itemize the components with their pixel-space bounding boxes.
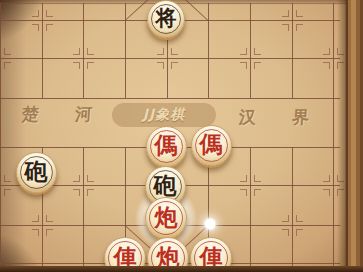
point-marker-corner — [157, 48, 164, 55]
piece-glyph: 炮 — [155, 206, 178, 229]
point-marker-corner — [282, 24, 289, 31]
piece-cannon-b7[interactable]: 砲 — [16, 152, 57, 193]
point-marker-corner — [32, 10, 39, 17]
piece-glyph: 砲 — [25, 160, 48, 183]
point-marker-corner — [73, 175, 80, 182]
board-edge-shadow — [337, 0, 345, 272]
rank-line — [0, 58, 340, 59]
point-marker-corner — [254, 189, 261, 196]
watermark-text: JJ象棋 — [143, 106, 185, 124]
file-line-bottom — [292, 147, 293, 268]
xiangqi-board[interactable]: 楚 河 汉 界 JJ象棋 将傌傌砲砲炮俥炮俥 — [0, 0, 363, 272]
point-marker-corner — [32, 215, 39, 222]
point-marker-corner — [323, 62, 330, 69]
river-label-chu-he: 楚 河 — [21, 103, 109, 126]
game-screen: 楚 河 汉 界 JJ象棋 将傌傌砲砲炮俥炮俥 — [0, 0, 363, 272]
file-line-top — [333, 3, 334, 98]
file-line-top — [250, 3, 251, 98]
point-marker-corner — [254, 48, 261, 55]
file-line-bottom — [333, 147, 334, 268]
point-marker-corner — [73, 48, 80, 55]
point-marker-corner — [323, 189, 330, 196]
rank-line — [0, 98, 340, 99]
point-marker-corner — [4, 189, 11, 196]
point-marker-corner — [46, 215, 53, 222]
point-marker-corner — [87, 48, 94, 55]
point-marker-corner — [73, 189, 80, 196]
wooden-frame-right — [345, 0, 363, 272]
point-marker-corner — [296, 229, 303, 236]
file-line-top — [0, 3, 1, 98]
wooden-frame-bottom — [0, 266, 363, 272]
file-line-bottom — [0, 147, 1, 268]
move-target-dot[interactable] — [205, 219, 215, 229]
file-line-river — [0, 98, 1, 147]
piece-cannon-e8[interactable]: 炮 — [145, 197, 187, 239]
point-marker-corner — [46, 24, 53, 31]
point-marker-corner — [46, 229, 53, 236]
file-line-top — [42, 3, 43, 98]
point-marker-corner — [282, 229, 289, 236]
point-marker-corner — [240, 175, 247, 182]
point-marker-corner — [87, 189, 94, 196]
watermark-badge: JJ象棋 — [112, 103, 216, 127]
piece-horse-f6[interactable]: 傌 — [191, 125, 232, 166]
point-marker-corner — [296, 10, 303, 17]
point-marker-corner — [32, 24, 39, 31]
piece-horse-e6[interactable]: 傌 — [146, 126, 187, 167]
point-marker-corner — [254, 62, 261, 69]
point-marker-corner — [4, 48, 11, 55]
piece-general-e3[interactable]: 将 — [147, 0, 185, 38]
point-marker-corner — [282, 10, 289, 17]
file-line-top — [208, 3, 209, 98]
piece-glyph: 傌 — [155, 134, 178, 157]
point-marker-corner — [323, 48, 330, 55]
file-line-bottom — [83, 147, 84, 268]
point-marker-corner — [157, 62, 164, 69]
point-marker-corner — [254, 175, 261, 182]
piece-glyph: 傌 — [200, 133, 223, 156]
point-marker-corner — [32, 229, 39, 236]
file-line-top — [83, 3, 84, 98]
river-label-han-jie: 汉 界 — [238, 106, 326, 129]
point-marker-corner — [87, 62, 94, 69]
point-marker-corner — [171, 62, 178, 69]
piece-glyph: 将 — [156, 8, 177, 29]
point-marker-corner — [323, 175, 330, 182]
file-line-river — [333, 98, 334, 147]
point-marker-corner — [240, 48, 247, 55]
file-line-bottom — [250, 147, 251, 268]
point-marker-corner — [296, 215, 303, 222]
point-marker-corner — [240, 62, 247, 69]
point-marker-corner — [4, 175, 11, 182]
point-marker-corner — [296, 24, 303, 31]
point-marker-corner — [240, 189, 247, 196]
piece-glyph: 砲 — [154, 174, 177, 197]
point-marker-corner — [282, 215, 289, 222]
point-marker-corner — [73, 62, 80, 69]
point-marker-corner — [46, 10, 53, 17]
point-marker-corner — [4, 62, 11, 69]
file-line-top — [292, 3, 293, 98]
point-marker-corner — [87, 175, 94, 182]
point-marker-corner — [171, 48, 178, 55]
